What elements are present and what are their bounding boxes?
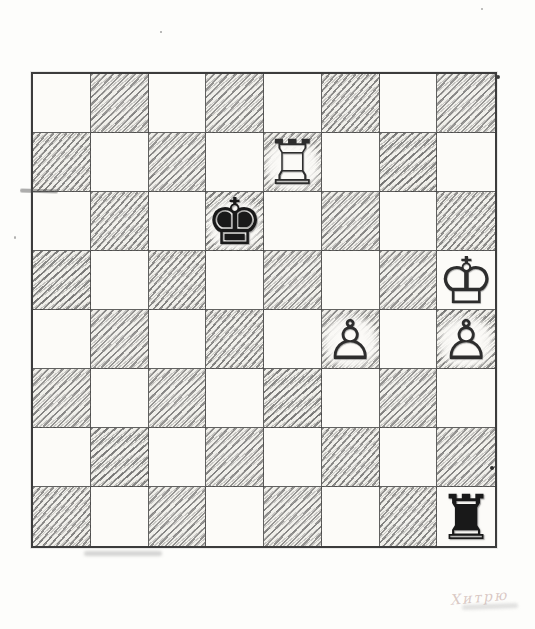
square-a5: [33, 251, 91, 310]
square-f1: [322, 487, 380, 546]
square-g7: [380, 133, 438, 192]
square-h1: ♜: [437, 487, 495, 546]
square-f5: [322, 251, 380, 310]
square-a6: [33, 192, 91, 251]
white-king-h5: ♚♔: [437, 252, 495, 310]
square-e6: [264, 192, 322, 251]
square-h6: [437, 192, 495, 251]
white-pawn-f4: ♟♙: [322, 311, 379, 369]
white-rook-e7: ♜♖: [264, 134, 321, 192]
square-e7: ♜♖: [264, 133, 322, 192]
square-c4: [149, 310, 207, 369]
square-f6: [322, 192, 380, 251]
square-f4: ♟♙: [322, 310, 380, 369]
white-king-glyph: ♔: [437, 249, 494, 313]
square-b3: [91, 369, 149, 428]
square-b2: [91, 428, 149, 487]
square-d4: [206, 310, 264, 369]
square-b4: [91, 310, 149, 369]
paper-speck: [14, 236, 16, 239]
square-e5: [264, 251, 322, 310]
paper-speck: [160, 31, 162, 33]
square-a7: [33, 133, 91, 192]
square-f2: [322, 428, 380, 487]
square-c2: [149, 428, 207, 487]
square-h7: [437, 133, 495, 192]
black-rook-glyph: ♜: [438, 487, 494, 549]
square-d5: [206, 251, 264, 310]
square-c5: [149, 251, 207, 310]
square-c1: [149, 487, 207, 546]
square-g6: [380, 192, 438, 251]
square-e3: [264, 369, 322, 428]
square-g2: [380, 428, 438, 487]
white-pawn-fill: ♟: [443, 314, 490, 366]
square-g5: [380, 251, 438, 310]
square-e8: [264, 74, 322, 133]
white-pawn-glyph: ♙: [325, 313, 374, 368]
square-b6: [91, 192, 149, 251]
square-b8: [91, 74, 149, 133]
square-g8: [380, 74, 438, 133]
square-c3: [149, 369, 207, 428]
square-g3: [380, 369, 438, 428]
square-b7: [91, 133, 149, 192]
white-pawn-fill: ♟: [327, 314, 374, 366]
square-d3: [206, 369, 264, 428]
square-b5: [91, 251, 149, 310]
square-d6: ♚: [206, 192, 264, 251]
square-a3: [33, 369, 91, 428]
white-king-fill: ♚: [439, 251, 494, 312]
pencil-smudge: [84, 551, 162, 556]
square-d2: [206, 428, 264, 487]
white-pawn-h4: ♟♙: [437, 311, 495, 369]
black-king-glyph: ♚: [206, 190, 263, 254]
square-g4: [380, 310, 438, 369]
white-rook-glyph: ♖: [265, 132, 321, 194]
square-h2: [437, 428, 495, 487]
square-d8: [206, 74, 264, 133]
square-e1: [264, 487, 322, 546]
artist-signature: Хитрю: [449, 584, 535, 607]
square-a1: [33, 487, 91, 546]
scanned-chess-diagram: ♜♖♚♚♔♟♙♟♙♜ Хитрю: [0, 0, 535, 629]
square-e2: [264, 428, 322, 487]
square-a8: [33, 74, 91, 133]
square-c8: [149, 74, 207, 133]
square-e4: [264, 310, 322, 369]
square-h5: ♚♔: [437, 251, 495, 310]
square-b1: [91, 487, 149, 546]
square-c7: [149, 133, 207, 192]
square-h3: [437, 369, 495, 428]
square-d1: [206, 487, 264, 546]
square-a4: [33, 310, 91, 369]
square-h4: ♟♙: [437, 310, 495, 369]
chessboard: ♜♖♚♚♔♟♙♟♙♜: [31, 72, 497, 548]
square-c6: [149, 192, 207, 251]
square-g1: [380, 487, 438, 546]
square-f8: [322, 74, 380, 133]
black-king-d6: ♚: [206, 193, 263, 251]
white-rook-fill: ♜: [266, 134, 319, 193]
square-h8: [437, 74, 495, 133]
square-d7: [206, 133, 264, 192]
square-f7: [322, 133, 380, 192]
black-rook-h1: ♜: [437, 488, 495, 547]
paper-speck: [481, 8, 483, 10]
square-a2: [33, 428, 91, 487]
square-f3: [322, 369, 380, 428]
white-pawn-glyph: ♙: [441, 313, 490, 368]
